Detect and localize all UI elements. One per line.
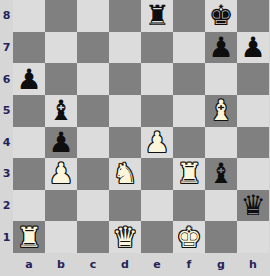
- square-h8[interactable]: [237, 0, 269, 32]
- rank-labels: 87654321: [0, 0, 13, 253]
- square-h4[interactable]: [237, 127, 269, 159]
- rank-label-4: 4: [0, 127, 13, 159]
- square-g1[interactable]: [205, 221, 237, 253]
- square-b2[interactable]: [45, 190, 77, 222]
- square-e2[interactable]: [141, 190, 173, 222]
- file-labels: abcdefgh: [13, 253, 269, 276]
- rank-label-3: 3: [0, 158, 13, 190]
- white-bishop-icon: ♝: [208, 95, 233, 126]
- square-e1[interactable]: [141, 221, 173, 253]
- square-h3[interactable]: [237, 158, 269, 190]
- square-d3[interactable]: ♞: [109, 158, 141, 190]
- black-bishop-icon: ♝: [48, 95, 73, 126]
- square-d8[interactable]: [109, 0, 141, 32]
- square-c1[interactable]: [77, 221, 109, 253]
- square-e4[interactable]: ♟: [141, 127, 173, 159]
- square-a8[interactable]: [13, 0, 45, 32]
- rank-label-7: 7: [0, 32, 13, 64]
- black-pawn-icon: ♟: [48, 127, 73, 158]
- square-d1[interactable]: ♛: [109, 221, 141, 253]
- white-knight-icon: ♞: [112, 158, 137, 189]
- rank-label-2: 2: [0, 190, 13, 222]
- white-king-icon: ♚: [176, 222, 201, 253]
- square-b8[interactable]: [45, 0, 77, 32]
- square-g4[interactable]: [205, 127, 237, 159]
- square-g5[interactable]: ♝: [205, 95, 237, 127]
- file-label-c: c: [77, 253, 109, 276]
- file-label-a: a: [13, 253, 45, 276]
- square-f1[interactable]: ♚: [173, 221, 205, 253]
- square-b6[interactable]: [45, 63, 77, 95]
- square-a5[interactable]: [13, 95, 45, 127]
- square-e3[interactable]: [141, 158, 173, 190]
- rank-label-1: 1: [0, 221, 13, 253]
- square-c6[interactable]: [77, 63, 109, 95]
- square-f7[interactable]: [173, 32, 205, 64]
- black-pawn-icon: ♟: [16, 64, 41, 95]
- square-e8[interactable]: ♜: [141, 0, 173, 32]
- file-label-g: g: [205, 253, 237, 276]
- square-e6[interactable]: [141, 63, 173, 95]
- square-g3[interactable]: ♝: [205, 158, 237, 190]
- square-c4[interactable]: [77, 127, 109, 159]
- square-h7[interactable]: ♟: [237, 32, 269, 64]
- square-b4[interactable]: ♟: [45, 127, 77, 159]
- square-a3[interactable]: [13, 158, 45, 190]
- white-queen-icon: ♛: [112, 222, 137, 253]
- square-b1[interactable]: [45, 221, 77, 253]
- square-f2[interactable]: [173, 190, 205, 222]
- square-a6[interactable]: ♟: [13, 63, 45, 95]
- square-f4[interactable]: [173, 127, 205, 159]
- square-d2[interactable]: [109, 190, 141, 222]
- square-d5[interactable]: [109, 95, 141, 127]
- square-c3[interactable]: [77, 158, 109, 190]
- black-pawn-icon: ♟: [208, 32, 233, 63]
- square-d4[interactable]: [109, 127, 141, 159]
- square-b3[interactable]: ♟: [45, 158, 77, 190]
- white-pawn-icon: ♟: [48, 158, 73, 189]
- chess-diagram: 87654321 ♜♚♟♟♟♝♝♟♟♟♞♜♝♛♜♛♚ abcdefgh: [0, 0, 270, 276]
- square-c5[interactable]: [77, 95, 109, 127]
- square-h2[interactable]: ♛: [237, 190, 269, 222]
- rank-label-6: 6: [0, 63, 13, 95]
- black-queen-icon: ♛: [240, 190, 265, 221]
- square-g6[interactable]: [205, 63, 237, 95]
- black-bishop-icon: ♝: [208, 158, 233, 189]
- square-e5[interactable]: [141, 95, 173, 127]
- square-d6[interactable]: [109, 63, 141, 95]
- square-d7[interactable]: [109, 32, 141, 64]
- file-label-b: b: [45, 253, 77, 276]
- square-f3[interactable]: ♜: [173, 158, 205, 190]
- square-g8[interactable]: ♚: [205, 0, 237, 32]
- square-b5[interactable]: ♝: [45, 95, 77, 127]
- square-f8[interactable]: [173, 0, 205, 32]
- file-label-f: f: [173, 253, 205, 276]
- black-king-icon: ♚: [208, 0, 233, 31]
- square-h1[interactable]: [237, 221, 269, 253]
- white-rook-icon: ♜: [16, 222, 41, 253]
- black-pawn-icon: ♟: [240, 32, 265, 63]
- square-c8[interactable]: [77, 0, 109, 32]
- file-label-h: h: [237, 253, 269, 276]
- square-g7[interactable]: ♟: [205, 32, 237, 64]
- white-rook-icon: ♜: [176, 158, 201, 189]
- square-c7[interactable]: [77, 32, 109, 64]
- rank-label-8: 8: [0, 0, 13, 32]
- square-g2[interactable]: [205, 190, 237, 222]
- file-label-d: d: [109, 253, 141, 276]
- square-h5[interactable]: [237, 95, 269, 127]
- square-a2[interactable]: [13, 190, 45, 222]
- square-a4[interactable]: [13, 127, 45, 159]
- chess-board: ♜♚♟♟♟♝♝♟♟♟♞♜♝♛♜♛♚: [13, 0, 269, 253]
- black-rook-icon: ♜: [144, 0, 169, 31]
- file-label-e: e: [141, 253, 173, 276]
- rank-label-5: 5: [0, 95, 13, 127]
- square-f6[interactable]: [173, 63, 205, 95]
- square-h6[interactable]: [237, 63, 269, 95]
- square-b7[interactable]: [45, 32, 77, 64]
- square-a7[interactable]: [13, 32, 45, 64]
- white-pawn-icon: ♟: [144, 127, 169, 158]
- square-a1[interactable]: ♜: [13, 221, 45, 253]
- square-e7[interactable]: [141, 32, 173, 64]
- square-f5[interactable]: [173, 95, 205, 127]
- square-c2[interactable]: [77, 190, 109, 222]
